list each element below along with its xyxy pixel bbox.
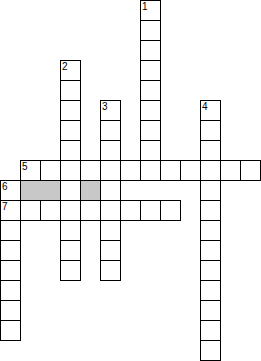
grid-cell[interactable]	[120, 200, 141, 221]
grid-cell[interactable]	[140, 120, 161, 141]
grid-cell[interactable]	[140, 80, 161, 101]
grid-cell[interactable]	[100, 100, 121, 121]
grid-cell[interactable]	[200, 140, 221, 161]
grid-cell[interactable]	[0, 240, 21, 261]
grid-cell[interactable]	[100, 240, 121, 261]
grid-cell[interactable]	[160, 160, 181, 181]
grid-cell[interactable]	[180, 160, 201, 181]
grid-cell[interactable]	[160, 200, 181, 221]
crossword-grid: 1234567	[0, 0, 261, 361]
grid-cell[interactable]	[60, 240, 81, 261]
grid-cell[interactable]	[220, 160, 241, 181]
grid-cell[interactable]	[240, 160, 261, 181]
grid-cell[interactable]	[200, 320, 221, 341]
grid-cell[interactable]	[140, 40, 161, 61]
grid-cell[interactable]	[200, 160, 221, 181]
grid-cell[interactable]	[60, 200, 81, 221]
grid-cell-highlighted[interactable]	[80, 180, 101, 201]
grid-cell[interactable]	[100, 260, 121, 281]
grid-cell[interactable]	[140, 20, 161, 41]
grid-cell[interactable]	[140, 100, 161, 121]
grid-cell[interactable]	[200, 200, 221, 221]
grid-cell[interactable]	[200, 240, 221, 261]
grid-cell[interactable]	[140, 0, 161, 21]
grid-cell[interactable]	[200, 180, 221, 201]
grid-cell[interactable]	[0, 260, 21, 281]
grid-cell[interactable]	[60, 160, 81, 181]
grid-cell[interactable]	[60, 120, 81, 141]
grid-cell[interactable]	[20, 200, 41, 221]
grid-cell[interactable]	[60, 260, 81, 281]
grid-cell[interactable]	[80, 200, 101, 221]
grid-cell[interactable]	[100, 200, 121, 221]
grid-cell[interactable]	[60, 140, 81, 161]
grid-cell[interactable]	[40, 160, 61, 181]
grid-cell[interactable]	[100, 140, 121, 161]
grid-cell[interactable]	[120, 160, 141, 181]
grid-cell[interactable]	[200, 340, 221, 361]
grid-cell[interactable]	[20, 160, 41, 181]
grid-cell[interactable]	[60, 220, 81, 241]
grid-cell[interactable]	[100, 220, 121, 241]
grid-cell[interactable]	[100, 160, 121, 181]
grid-cell-highlighted[interactable]	[20, 180, 61, 201]
grid-cell[interactable]	[200, 300, 221, 321]
grid-cell[interactable]	[80, 160, 101, 181]
grid-cell[interactable]	[60, 60, 81, 81]
grid-cell[interactable]	[60, 180, 81, 201]
grid-cell[interactable]	[200, 260, 221, 281]
grid-cell[interactable]	[140, 200, 161, 221]
grid-cell[interactable]	[0, 220, 21, 241]
grid-cell[interactable]	[0, 200, 21, 221]
grid-cell[interactable]	[60, 80, 81, 101]
grid-cell[interactable]	[140, 60, 161, 81]
grid-cell[interactable]	[100, 120, 121, 141]
grid-cell[interactable]	[40, 200, 61, 221]
grid-cell[interactable]	[200, 280, 221, 301]
grid-cell[interactable]	[0, 300, 21, 321]
grid-cell[interactable]	[0, 180, 21, 201]
grid-cell[interactable]	[200, 220, 221, 241]
grid-cell[interactable]	[200, 100, 221, 121]
grid-cell[interactable]	[140, 160, 161, 181]
grid-cell[interactable]	[0, 280, 21, 301]
grid-cell[interactable]	[60, 100, 81, 121]
grid-cell[interactable]	[0, 320, 21, 341]
grid-cell[interactable]	[140, 140, 161, 161]
grid-cell[interactable]	[200, 120, 221, 141]
grid-cell[interactable]	[100, 180, 121, 201]
